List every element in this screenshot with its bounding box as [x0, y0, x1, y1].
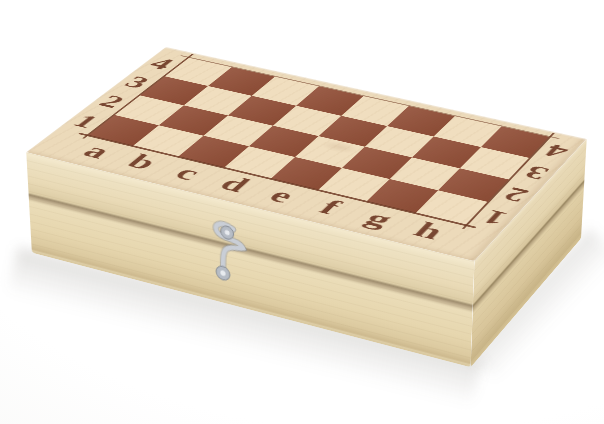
square-e3	[319, 116, 388, 147]
square-b3	[184, 86, 252, 115]
square-h4	[481, 126, 549, 157]
square-f1	[318, 168, 389, 201]
square-h3	[460, 147, 529, 179]
rank-label-left-3: 3	[111, 70, 163, 95]
rank-label-left-2: 2	[85, 89, 139, 115]
square-f3	[365, 126, 434, 157]
square-c2	[204, 115, 273, 146]
square-g2	[390, 157, 460, 190]
rank-label-left-1: 1	[58, 108, 113, 135]
square-e4	[341, 96, 408, 126]
square-h2	[438, 168, 508, 201]
board-frame-line-back	[180, 55, 559, 139]
square-b2	[159, 105, 228, 135]
square-h1	[416, 190, 488, 225]
square-c3	[228, 96, 296, 126]
square-c1	[178, 136, 249, 168]
scene: abcdefgh 4321 4321	[0, 0, 604, 424]
square-a4	[165, 58, 232, 86]
square-f2	[342, 147, 412, 179]
rank-labels-left: 4321	[58, 51, 187, 134]
square-b1	[133, 125, 203, 156]
square-a2	[115, 95, 184, 125]
square-b4	[208, 67, 275, 96]
square-e2	[295, 136, 365, 168]
photo-background: abcdefgh 4321 4321	[0, 0, 604, 424]
latch-clasp-icon	[203, 215, 247, 294]
square-c4	[252, 77, 319, 106]
square-g3	[412, 136, 481, 168]
square-f4	[387, 106, 455, 136]
square-g1	[367, 179, 439, 213]
board-frame-line-left	[82, 54, 194, 139]
square-e1	[271, 157, 342, 190]
square-d4	[296, 86, 363, 115]
square-a1	[89, 115, 159, 146]
square-d3	[273, 106, 341, 136]
square-d2	[249, 126, 319, 157]
square-d1	[224, 146, 295, 178]
rank-label-left-4: 4	[136, 51, 187, 75]
square-a3	[140, 76, 208, 105]
square-g4	[434, 116, 502, 147]
